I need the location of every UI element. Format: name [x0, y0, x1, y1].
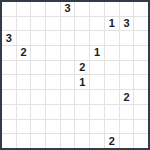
clue-number: 1 — [94, 47, 100, 58]
clue-number: 3 — [65, 3, 71, 14]
cell-r4c5[interactable] — [61, 46, 75, 60]
clue-number: 2 — [109, 136, 115, 147]
cell-r8c2[interactable] — [17, 105, 31, 119]
cell-r2c1[interactable] — [2, 17, 16, 31]
clue-number: 2 — [20, 47, 26, 58]
cell-r3c2[interactable] — [17, 31, 31, 45]
cell-r3c8[interactable] — [105, 31, 119, 45]
cell-r2c2[interactable] — [17, 17, 31, 31]
cell-r5c6[interactable]: 2 — [75, 61, 89, 75]
clue-number: 3 — [123, 18, 129, 29]
cell-r8c8[interactable] — [105, 105, 119, 119]
cell-r10c1[interactable] — [2, 134, 16, 148]
clue-number: 3 — [6, 33, 12, 44]
cell-r10c8[interactable]: 2 — [105, 134, 119, 148]
cell-r8c7[interactable] — [90, 105, 104, 119]
cell-r6c8[interactable] — [105, 75, 119, 89]
cell-r8c10[interactable] — [134, 105, 148, 119]
cell-r7c1[interactable] — [2, 90, 16, 104]
cell-r2c5[interactable] — [61, 17, 75, 31]
cell-r4c7[interactable]: 1 — [90, 46, 104, 60]
cell-r1c6[interactable] — [75, 2, 89, 16]
cell-r2c7[interactable] — [90, 17, 104, 31]
cell-r10c6[interactable] — [75, 134, 89, 148]
cell-r9c2[interactable] — [17, 120, 31, 134]
cell-r9c3[interactable] — [31, 120, 45, 134]
cell-r9c1[interactable] — [2, 120, 16, 134]
cell-r6c9[interactable] — [120, 75, 134, 89]
cell-r5c2[interactable] — [17, 61, 31, 75]
cell-r1c1[interactable] — [2, 2, 16, 16]
cell-r3c5[interactable] — [61, 31, 75, 45]
cell-r6c1[interactable] — [2, 75, 16, 89]
cell-r10c10[interactable] — [134, 134, 148, 148]
clue-number: 2 — [79, 62, 85, 73]
cell-r5c8[interactable] — [105, 61, 119, 75]
cell-r7c2[interactable] — [17, 90, 31, 104]
cell-r5c4[interactable] — [46, 61, 60, 75]
cell-r10c9[interactable] — [120, 134, 134, 148]
cell-r3c3[interactable] — [31, 31, 45, 45]
cell-r9c9[interactable] — [120, 120, 134, 134]
cell-r3c4[interactable] — [46, 31, 60, 45]
cell-r5c1[interactable] — [2, 61, 16, 75]
cell-r7c4[interactable] — [46, 90, 60, 104]
cell-r6c5[interactable] — [61, 75, 75, 89]
cell-r2c3[interactable] — [31, 17, 45, 31]
cell-r6c3[interactable] — [31, 75, 45, 89]
clue-number: 1 — [109, 18, 115, 29]
cell-r10c3[interactable] — [31, 134, 45, 148]
cell-r5c10[interactable] — [134, 61, 148, 75]
cell-r4c10[interactable] — [134, 46, 148, 60]
cell-r9c10[interactable] — [134, 120, 148, 134]
cell-r10c2[interactable] — [17, 134, 31, 148]
cell-r4c2[interactable]: 2 — [17, 46, 31, 60]
cell-r5c3[interactable] — [31, 61, 45, 75]
cell-r4c4[interactable] — [46, 46, 60, 60]
cell-r8c6[interactable] — [75, 105, 89, 119]
cell-r9c5[interactable] — [61, 120, 75, 134]
cell-r8c9[interactable] — [120, 105, 134, 119]
cell-r3c10[interactable] — [134, 31, 148, 45]
cell-r10c5[interactable] — [61, 134, 75, 148]
cell-r4c3[interactable] — [31, 46, 45, 60]
cell-r2c9[interactable]: 3 — [120, 17, 134, 31]
cell-r2c4[interactable] — [46, 17, 60, 31]
cell-r9c6[interactable] — [75, 120, 89, 134]
cell-r2c10[interactable] — [134, 17, 148, 31]
cell-r1c8[interactable] — [105, 2, 119, 16]
cell-r1c2[interactable] — [17, 2, 31, 16]
cell-r8c5[interactable] — [61, 105, 75, 119]
cell-r5c9[interactable] — [120, 61, 134, 75]
cell-r3c6[interactable] — [75, 31, 89, 45]
cell-r4c8[interactable] — [105, 46, 119, 60]
cell-r1c3[interactable] — [31, 2, 45, 16]
cell-r4c6[interactable] — [75, 46, 89, 60]
cell-r7c8[interactable] — [105, 90, 119, 104]
clue-number: 2 — [123, 92, 129, 103]
cell-r2c8[interactable]: 1 — [105, 17, 119, 31]
cell-r10c7[interactable] — [90, 134, 104, 148]
cell-r6c4[interactable] — [46, 75, 60, 89]
cell-r3c1[interactable]: 3 — [2, 31, 16, 45]
cell-r7c6[interactable] — [75, 90, 89, 104]
cell-r6c10[interactable] — [134, 75, 148, 89]
cell-r1c10[interactable] — [134, 2, 148, 16]
cell-r8c1[interactable] — [2, 105, 16, 119]
cell-r3c9[interactable] — [120, 31, 134, 45]
cell-r8c4[interactable] — [46, 105, 60, 119]
cell-r3c7[interactable] — [90, 31, 104, 45]
cell-r2c6[interactable] — [75, 17, 89, 31]
cell-r1c7[interactable] — [90, 2, 104, 16]
cell-r9c7[interactable] — [90, 120, 104, 134]
cell-r5c5[interactable] — [61, 61, 75, 75]
cell-r7c10[interactable] — [134, 90, 148, 104]
cell-r5c7[interactable] — [90, 61, 104, 75]
cell-r9c4[interactable] — [46, 120, 60, 134]
cell-r7c9[interactable]: 2 — [120, 90, 134, 104]
cell-r7c5[interactable] — [61, 90, 75, 104]
cell-r10c4[interactable] — [46, 134, 60, 148]
cell-r1c4[interactable] — [46, 2, 60, 16]
cell-r1c5[interactable]: 3 — [61, 2, 75, 16]
cell-r7c3[interactable] — [31, 90, 45, 104]
cell-r8c3[interactable] — [31, 105, 45, 119]
cell-r6c6[interactable]: 1 — [75, 75, 89, 89]
puzzle-board: 3133212122 — [0, 0, 150, 150]
cell-r4c9[interactable] — [120, 46, 134, 60]
cell-r9c8[interactable] — [105, 120, 119, 134]
cell-r6c7[interactable] — [90, 75, 104, 89]
cell-r7c7[interactable] — [90, 90, 104, 104]
cell-r4c1[interactable] — [2, 46, 16, 60]
clue-number: 1 — [79, 77, 85, 88]
cell-r1c9[interactable] — [120, 2, 134, 16]
cell-r6c2[interactable] — [17, 75, 31, 89]
